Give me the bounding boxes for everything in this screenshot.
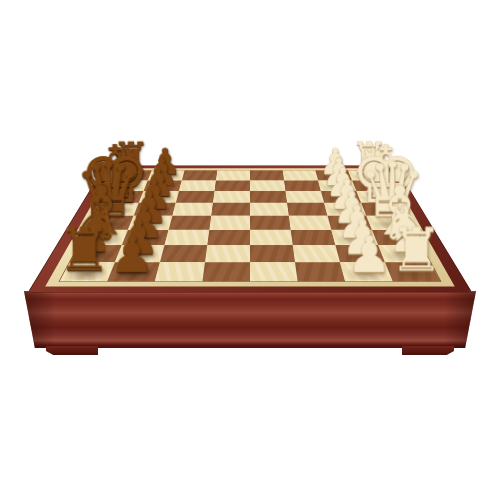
square: ♟ xyxy=(128,216,172,230)
square xyxy=(155,262,205,281)
black-pawn: ♟ xyxy=(149,144,181,180)
square: ♟ xyxy=(134,203,176,216)
square: ♟ xyxy=(148,171,185,181)
black-rook: ♜ xyxy=(57,220,111,280)
square xyxy=(293,245,340,262)
square xyxy=(205,245,250,262)
square: ♟ xyxy=(331,230,378,245)
square xyxy=(213,191,250,203)
square: ♟ xyxy=(324,203,366,216)
square xyxy=(250,245,295,262)
square xyxy=(250,262,298,281)
square: ♟ xyxy=(321,191,361,203)
square: ♟ xyxy=(318,180,356,191)
square xyxy=(287,203,327,216)
square: ♟ xyxy=(122,230,169,245)
square: ♞ xyxy=(108,180,148,191)
white-pawn: ♟ xyxy=(319,144,351,180)
square xyxy=(169,216,212,230)
white-rook: ♜ xyxy=(389,220,443,280)
square xyxy=(289,216,332,230)
square xyxy=(202,262,250,281)
square: ♞ xyxy=(352,180,392,191)
box-foot-right xyxy=(402,346,454,355)
checkerboard: ♜♟♟♜♞♟♟♞♝♟♟♝♚♟♟♚♛♟♟♛♝♟♟♝♞♟♟♞♜♟♟♜ xyxy=(59,170,442,281)
square xyxy=(215,180,250,191)
square: ♟ xyxy=(144,180,182,191)
maple-border: ♜♟♟♜♞♟♟♞♝♟♟♝♚♟♟♚♛♟♟♛♝♟♟♝♞♟♟♞♜♟♟♜ xyxy=(45,168,455,286)
square xyxy=(250,191,287,203)
square: ♞ xyxy=(70,245,122,262)
square: ♜ xyxy=(60,262,115,281)
square xyxy=(182,171,217,181)
square: ♟ xyxy=(115,245,165,262)
square xyxy=(285,191,324,203)
white-rook: ♜ xyxy=(350,137,389,180)
square xyxy=(176,191,215,203)
white-knight: ♞ xyxy=(352,141,396,190)
square: ♟ xyxy=(315,171,352,181)
square: ♜ xyxy=(385,262,440,281)
chess-box-base xyxy=(24,291,476,348)
square: ♜ xyxy=(348,171,386,181)
square xyxy=(283,171,318,181)
square: ♚ xyxy=(361,203,405,216)
square xyxy=(216,171,250,181)
square: ♟ xyxy=(139,191,179,203)
box-foot-left xyxy=(46,346,98,355)
square: ♝ xyxy=(102,191,144,203)
square xyxy=(250,171,284,181)
square xyxy=(291,230,336,245)
square: ♛ xyxy=(87,216,133,230)
product-photo: ♜♟♟♜♞♟♟♞♝♟♟♝♚♟♟♚♛♟♟♛♝♟♟♝♞♟♟♞♜♟♟♜ xyxy=(0,0,500,481)
square xyxy=(179,180,216,191)
square xyxy=(284,180,321,191)
square xyxy=(250,203,289,216)
square xyxy=(250,216,291,230)
square xyxy=(295,262,345,281)
square xyxy=(160,245,207,262)
square: ♝ xyxy=(356,191,398,203)
square: ♝ xyxy=(372,230,421,245)
square: ♚ xyxy=(95,203,139,216)
square: ♟ xyxy=(107,262,160,281)
square: ♟ xyxy=(340,262,393,281)
square: ♞ xyxy=(378,245,430,262)
board-perspective-wrapper: ♜♟♟♜♞♟♟♞♝♟♟♝♚♟♟♚♛♟♟♛♝♟♟♝♞♟♟♞♜♟♟♜ xyxy=(29,0,471,292)
square: ♟ xyxy=(328,216,372,230)
square xyxy=(207,230,250,245)
square xyxy=(211,203,250,216)
black-rook: ♜ xyxy=(112,137,151,180)
square: ♛ xyxy=(366,216,412,230)
square: ♜ xyxy=(114,171,152,181)
black-knight: ♞ xyxy=(104,141,148,190)
square xyxy=(209,216,250,230)
square xyxy=(250,230,293,245)
chess-board-frame: ♜♟♟♜♞♟♟♞♝♟♟♝♚♟♟♚♛♟♟♛♝♟♟♝♞♟♟♞♜♟♟♜ xyxy=(29,166,471,292)
square xyxy=(250,180,285,191)
square: ♝ xyxy=(79,230,128,245)
square: ♟ xyxy=(335,245,385,262)
square xyxy=(172,203,212,216)
square xyxy=(165,230,210,245)
